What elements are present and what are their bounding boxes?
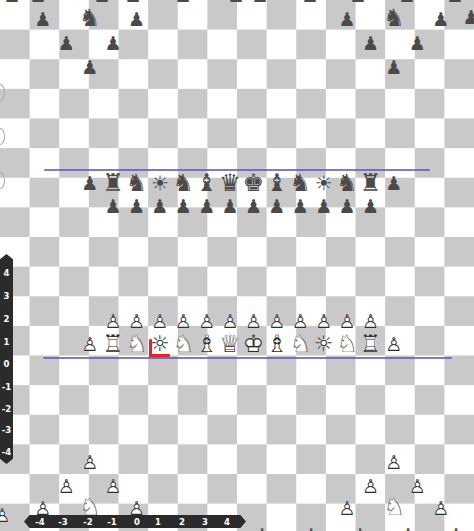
- y-tick-label: 0: [4, 360, 10, 369]
- black-pawn: ♟: [362, 197, 379, 216]
- black-pawn: ♟: [34, 10, 51, 29]
- y-tick-label: -3: [2, 426, 11, 435]
- clipped-black-pawn: ♟: [398, 0, 415, 5]
- white-knight: ♞♘: [336, 332, 358, 356]
- white-pawn: ♟♙: [409, 477, 426, 496]
- white-bishop: ♝♗: [196, 332, 218, 356]
- white-knight: ♞♘: [383, 495, 405, 519]
- clipped-white-pawn: ♟♙: [0, 506, 11, 525]
- x-tick-label: 3: [202, 517, 208, 526]
- white-pawn: ♟♙: [81, 335, 98, 354]
- x-tick-label: -4: [35, 517, 44, 526]
- x-tick-label: 4: [224, 517, 230, 526]
- black-bishop: ♝: [196, 171, 218, 195]
- y-tick-label: -2: [2, 405, 11, 414]
- white-star-piece: ☀☼: [314, 333, 334, 355]
- black-pawn: ♟: [339, 197, 356, 216]
- clipped-piece-notch: [0, 84, 5, 101]
- white-bishop: ♝♗: [266, 332, 288, 356]
- y-tick-label: -1: [2, 383, 11, 392]
- x-tick-label: -3: [58, 517, 67, 526]
- white-pawn: ♟♙: [292, 312, 309, 331]
- white-pawn: ♟♙: [362, 312, 379, 331]
- black-knight: ♞: [79, 6, 101, 30]
- white-pawn: ♟♙: [198, 312, 215, 331]
- clipped-white-pawn: ♟♙: [351, 526, 368, 531]
- black-pawn: ♟: [151, 197, 168, 216]
- black-knight: ♞: [173, 171, 195, 195]
- black-king: ♚: [243, 171, 265, 195]
- black-rook: ♜: [360, 171, 382, 195]
- clipped-black-pawn: ♟: [3, 0, 20, 5]
- y-tick-label: 2: [4, 315, 10, 324]
- clipped-black-pawn: ♟: [227, 0, 244, 5]
- clipped-black-pawn: ♟: [174, 0, 191, 5]
- white-rook: ♜♖: [360, 332, 382, 356]
- y-tick-label: 3: [4, 292, 10, 301]
- black-pawn: ♟: [339, 10, 356, 29]
- black-star-piece: ☀: [315, 173, 333, 193]
- clipped-white-pawn: ♟♙: [447, 526, 464, 531]
- white-pawn: ♟♙: [128, 499, 145, 518]
- white-queen: ♛♕: [219, 332, 241, 356]
- white-pawn: ♟♙: [222, 312, 239, 331]
- white-pawn: ♟♙: [245, 312, 262, 331]
- xkcd-chess-plot-canvas: ♟♜♞☀♞♝♛♚♝♞☀♞♜♟♟♟♟♟♟♟♟♟♟♟♟♟♟♙♟♙♟♙♟♙♟♙♟♙♟♙…: [0, 0, 474, 531]
- black-pawn: ♟: [385, 58, 402, 77]
- white-knight: ♞♘: [290, 332, 312, 356]
- clipped-piece-notch: [0, 128, 5, 145]
- clipped-piece-notch: [0, 172, 5, 189]
- black-knight: ♞: [126, 171, 148, 195]
- white-pawn: ♟♙: [34, 499, 51, 518]
- white-pawn: ♟♙: [385, 335, 402, 354]
- black-pawn: ♟: [432, 10, 449, 29]
- clipped-white-pawn: ♟♙: [302, 526, 319, 531]
- white-pawn: ♟♙: [128, 312, 145, 331]
- white-pawn: ♟♙: [339, 312, 356, 331]
- black-bishop: ♝: [266, 171, 288, 195]
- black-pawn: ♟: [292, 197, 309, 216]
- y-tick-label: 4: [4, 269, 10, 278]
- white-pawn: ♟♙: [339, 499, 356, 518]
- x-tick-label: 2: [179, 517, 185, 526]
- black-pawn: ♟: [222, 197, 239, 216]
- clipped-black-pawn: ♟: [349, 0, 366, 5]
- clipped-black-pawn: ♟: [251, 0, 268, 5]
- white-knight: ♞♘: [126, 332, 148, 356]
- y-tick-label: -4: [2, 448, 11, 457]
- white-pawn: ♟♙: [268, 312, 285, 331]
- black-pawn: ♟: [245, 197, 262, 216]
- black-pawn: ♟: [128, 197, 145, 216]
- black-pawn: ♟: [409, 34, 426, 53]
- clipped-white-pawn: ♟♙: [399, 526, 416, 531]
- x-tick-label: -2: [83, 517, 92, 526]
- x-tick-label: -1: [107, 517, 116, 526]
- white-knight: ♞♘: [173, 332, 195, 356]
- black-knight: ♞: [336, 171, 358, 195]
- white-pawn: ♟♙: [385, 453, 402, 472]
- black-rook: ♜: [102, 171, 124, 195]
- white-pawn: ♟♙: [432, 499, 449, 518]
- clipped-black-pawn: ♟: [124, 0, 141, 5]
- black-pawn: ♟: [198, 197, 215, 216]
- black-pawn: ♟: [385, 174, 402, 193]
- x-tick-label: 1: [155, 517, 161, 526]
- black-knight: ♞: [290, 171, 312, 195]
- black-pawn: ♟: [58, 34, 75, 53]
- y-tick-label: 1: [4, 338, 10, 347]
- black-pawn: ♟: [81, 174, 98, 193]
- white-pawn: ♟♙: [81, 453, 98, 472]
- clipped-white-pawn: ♟♙: [253, 526, 270, 531]
- black-pawn: ♟: [81, 58, 98, 77]
- black-pawn: ♟: [362, 34, 379, 53]
- black-pawn: ♟: [128, 10, 145, 29]
- black-pawn: ♟: [315, 197, 332, 216]
- black-pawn: ♟: [268, 197, 285, 216]
- white-pawn: ♟♙: [151, 312, 168, 331]
- clipped-black-pawn: ♟: [301, 0, 318, 5]
- clipped-black-pawn: ♟: [462, 8, 474, 27]
- clipped-black-pawn: ♟: [93, 0, 110, 5]
- black-pawn: ♟: [105, 34, 122, 53]
- white-star-piece: ☀☼: [150, 333, 170, 355]
- black-pawn: ♟: [105, 197, 122, 216]
- white-pawn: ♟♙: [105, 477, 122, 496]
- white-pawn: ♟♙: [58, 477, 75, 496]
- clipped-black-pawn: ♟: [446, 0, 463, 5]
- white-pawn: ♟♙: [105, 312, 122, 331]
- x-tick-label: 0: [134, 517, 140, 526]
- black-star-piece: ☀: [151, 173, 169, 193]
- black-queen: ♛: [219, 171, 241, 195]
- highlight-corner-horizontal: [149, 354, 170, 357]
- clipped-black-pawn: ♟: [29, 0, 46, 5]
- white-rook: ♜♖: [102, 332, 124, 356]
- black-knight: ♞: [383, 6, 405, 30]
- white-pawn: ♟♙: [315, 312, 332, 331]
- black-pawn: ♟: [175, 197, 192, 216]
- white-king: ♚♔: [243, 332, 265, 356]
- white-pawn: ♟♙: [175, 312, 192, 331]
- white-pawn: ♟♙: [362, 477, 379, 496]
